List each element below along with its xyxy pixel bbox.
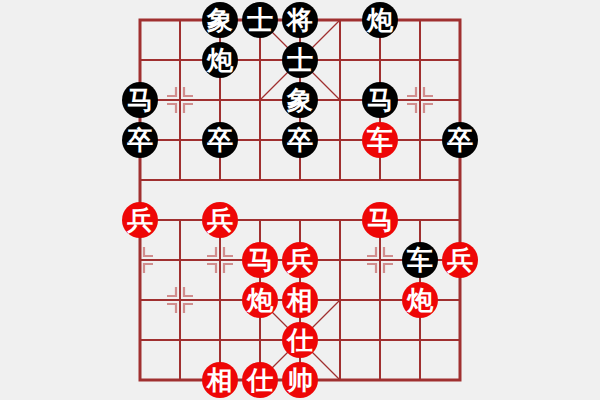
piece-black-advisor[interactable]: 士 (282, 42, 318, 78)
piece-red-advisor[interactable]: 仕 (282, 322, 318, 358)
piece-red-advisor[interactable]: 仕 (242, 362, 278, 398)
piece-black-elephant[interactable]: 象 (202, 2, 238, 38)
pieces-layer: 象士将炮炮士马象马卒卒卒车卒兵兵马马兵车兵炮相炮仕相仕帅 (120, 0, 480, 400)
piece-black-horse[interactable]: 马 (122, 82, 158, 118)
piece-black-advisor[interactable]: 士 (242, 2, 278, 38)
piece-red-horse[interactable]: 马 (362, 202, 398, 238)
piece-black-chariot[interactable]: 车 (402, 242, 438, 278)
piece-black-soldier[interactable]: 卒 (122, 122, 158, 158)
piece-red-horse[interactable]: 马 (242, 242, 278, 278)
piece-red-cannon[interactable]: 炮 (242, 282, 278, 318)
piece-black-cannon[interactable]: 炮 (362, 2, 398, 38)
piece-red-cannon[interactable]: 炮 (402, 282, 438, 318)
piece-black-cannon[interactable]: 炮 (202, 42, 238, 78)
xiangqi-board: 象士将炮炮士马象马卒卒卒车卒兵兵马马兵车兵炮相炮仕相仕帅 (0, 0, 600, 400)
piece-black-elephant[interactable]: 象 (282, 82, 318, 118)
piece-red-elephant[interactable]: 相 (282, 282, 318, 318)
piece-red-general[interactable]: 帅 (282, 362, 318, 398)
piece-red-soldier[interactable]: 兵 (122, 202, 158, 238)
piece-red-elephant[interactable]: 相 (202, 362, 238, 398)
piece-red-soldier[interactable]: 兵 (282, 242, 318, 278)
piece-red-soldier[interactable]: 兵 (202, 202, 238, 238)
piece-black-general[interactable]: 将 (282, 2, 318, 38)
piece-red-chariot[interactable]: 车 (362, 122, 398, 158)
piece-black-soldier[interactable]: 卒 (202, 122, 238, 158)
piece-black-soldier[interactable]: 卒 (282, 122, 318, 158)
piece-black-soldier[interactable]: 卒 (442, 122, 478, 158)
piece-black-horse[interactable]: 马 (362, 82, 398, 118)
piece-red-soldier[interactable]: 兵 (442, 242, 478, 278)
